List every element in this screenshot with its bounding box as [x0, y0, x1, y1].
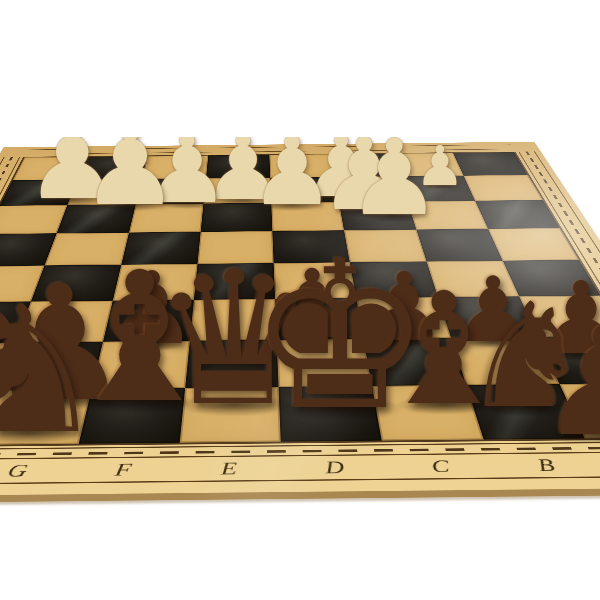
- pieces-layer: ♟♟♟♟♟♟♟♟♟♟♟♟♟♟♟♝♛♝♞♚♞♟: [0, 137, 600, 600]
- photo-frame: HGFEDCBA ♟♟♟♟♟♟♟♟♟♟♟♟♟♟♟♝♛♝♞♚♞♟: [0, 0, 600, 600]
- board-scene: HGFEDCBA ♟♟♟♟♟♟♟♟♟♟♟♟♟♟♟♝♛♝♞♚♞♟: [0, 137, 600, 600]
- white-pawn-b2-cropped: ♟: [347, 137, 441, 220]
- white-pawn-g2-cropped: ♟: [81, 137, 180, 210]
- black-knight-g8: ♞: [0, 301, 106, 441]
- black-pawn-a8-cropped: ♟: [538, 322, 600, 442]
- black-king-d7: ♚: [248, 254, 432, 418]
